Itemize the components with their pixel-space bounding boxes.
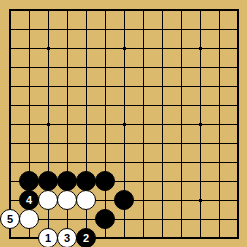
grid-line-vertical xyxy=(237,9,239,239)
stone-white[interactable] xyxy=(19,209,39,229)
grid-line-horizontal xyxy=(9,162,239,163)
stone-white-move-1[interactable]: 1 xyxy=(38,228,58,247)
stone-black[interactable] xyxy=(38,171,58,191)
stone-white[interactable] xyxy=(38,190,58,210)
stone-white[interactable] xyxy=(57,190,77,210)
stone-black[interactable] xyxy=(19,171,39,191)
stone-white[interactable] xyxy=(76,190,96,210)
stone-black-move-2[interactable]: 2 xyxy=(76,228,96,247)
stone-black[interactable] xyxy=(95,171,115,191)
star-point xyxy=(47,123,50,126)
stone-black[interactable] xyxy=(57,171,77,191)
star-point xyxy=(199,199,202,202)
grid-line-vertical xyxy=(219,9,220,239)
star-point xyxy=(123,123,126,126)
grid-line-vertical xyxy=(162,9,163,239)
stone-black[interactable] xyxy=(95,209,115,229)
go-board[interactable]: 45132 xyxy=(0,0,247,247)
stone-white-move-3[interactable]: 3 xyxy=(57,228,77,247)
star-point xyxy=(47,47,50,50)
star-point xyxy=(123,47,126,50)
stone-black-move-4[interactable]: 4 xyxy=(19,190,39,210)
star-point xyxy=(199,123,202,126)
star-point xyxy=(199,47,202,50)
stone-black[interactable] xyxy=(114,190,134,210)
stone-black[interactable] xyxy=(76,171,96,191)
grid-line-horizontal xyxy=(9,143,239,144)
go-diagram: 45132 xyxy=(0,0,247,247)
stone-white-move-5[interactable]: 5 xyxy=(0,209,20,229)
grid-line-horizontal xyxy=(9,219,239,220)
grid-line-vertical xyxy=(181,9,182,239)
grid-line-vertical xyxy=(143,9,144,239)
